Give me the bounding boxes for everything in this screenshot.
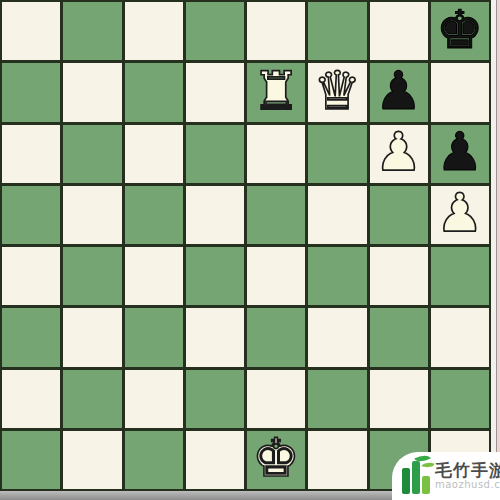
square-a1[interactable] (2, 431, 60, 489)
square-d7[interactable] (186, 63, 244, 121)
square-d4[interactable] (186, 247, 244, 305)
square-e5[interactable] (247, 186, 305, 244)
watermark-domain: maozhusd.com (435, 480, 499, 491)
chess-board: ♚♜♛♟♟♟♟♚ (0, 0, 491, 491)
square-c7[interactable] (125, 63, 183, 121)
square-e1[interactable]: ♚ (247, 431, 305, 489)
piece-white-Q-f7[interactable]: ♛ (314, 64, 362, 117)
square-c5[interactable] (125, 186, 183, 244)
square-a8[interactable] (2, 2, 60, 60)
square-g7[interactable]: ♟ (370, 63, 428, 121)
piece-black-P-h6[interactable]: ♟ (436, 125, 484, 178)
square-a2[interactable] (2, 370, 60, 428)
square-g2[interactable] (370, 370, 428, 428)
chess-diagram: ♚♜♛♟♟♟♟♚ 毛竹手游 maozhusd.com (0, 0, 500, 500)
square-g3[interactable] (370, 308, 428, 366)
square-c8[interactable] (125, 2, 183, 60)
square-a4[interactable] (2, 247, 60, 305)
square-d6[interactable] (186, 125, 244, 183)
square-f6[interactable] (308, 125, 366, 183)
square-h6[interactable]: ♟ (431, 125, 489, 183)
right-margin-strip (491, 0, 500, 500)
square-e4[interactable] (247, 247, 305, 305)
square-e7[interactable]: ♜ (247, 63, 305, 121)
square-b7[interactable] (63, 63, 121, 121)
piece-black-P-g7[interactable]: ♟ (375, 64, 423, 117)
square-f3[interactable] (308, 308, 366, 366)
square-f5[interactable] (308, 186, 366, 244)
square-b1[interactable] (63, 431, 121, 489)
square-c4[interactable] (125, 247, 183, 305)
square-b8[interactable] (63, 2, 121, 60)
square-a6[interactable] (2, 125, 60, 183)
square-f4[interactable] (308, 247, 366, 305)
square-a7[interactable] (2, 63, 60, 121)
square-b4[interactable] (63, 247, 121, 305)
square-h8[interactable]: ♚ (431, 2, 489, 60)
watermark-title: 毛竹手游 (435, 462, 499, 480)
square-d5[interactable] (186, 186, 244, 244)
square-d3[interactable] (186, 308, 244, 366)
bamboo-logo-icon (402, 456, 432, 496)
watermark: 毛竹手游 maozhusd.com (392, 452, 500, 500)
square-b2[interactable] (63, 370, 121, 428)
square-c6[interactable] (125, 125, 183, 183)
square-e6[interactable] (247, 125, 305, 183)
square-f2[interactable] (308, 370, 366, 428)
square-b3[interactable] (63, 308, 121, 366)
square-a5[interactable] (2, 186, 60, 244)
square-b5[interactable] (63, 186, 121, 244)
square-d8[interactable] (186, 2, 244, 60)
square-g4[interactable] (370, 247, 428, 305)
square-c1[interactable] (125, 431, 183, 489)
piece-white-P-g6[interactable]: ♟ (375, 125, 423, 178)
square-h7[interactable] (431, 63, 489, 121)
square-g8[interactable] (370, 2, 428, 60)
square-h4[interactable] (431, 247, 489, 305)
square-f7[interactable]: ♛ (308, 63, 366, 121)
square-e2[interactable] (247, 370, 305, 428)
square-c3[interactable] (125, 308, 183, 366)
square-h2[interactable] (431, 370, 489, 428)
piece-white-P-h5[interactable]: ♟ (436, 186, 484, 239)
square-d1[interactable] (186, 431, 244, 489)
square-e8[interactable] (247, 2, 305, 60)
square-h5[interactable]: ♟ (431, 186, 489, 244)
square-a3[interactable] (2, 308, 60, 366)
piece-white-R-e7[interactable]: ♜ (252, 64, 300, 117)
square-b6[interactable] (63, 125, 121, 183)
square-d2[interactable] (186, 370, 244, 428)
square-g5[interactable] (370, 186, 428, 244)
square-h3[interactable] (431, 308, 489, 366)
square-f1[interactable] (308, 431, 366, 489)
piece-black-K-h8[interactable]: ♚ (436, 3, 484, 56)
square-f8[interactable] (308, 2, 366, 60)
square-c2[interactable] (125, 370, 183, 428)
piece-white-K-e1[interactable]: ♚ (252, 431, 300, 484)
square-e3[interactable] (247, 308, 305, 366)
square-g6[interactable]: ♟ (370, 125, 428, 183)
